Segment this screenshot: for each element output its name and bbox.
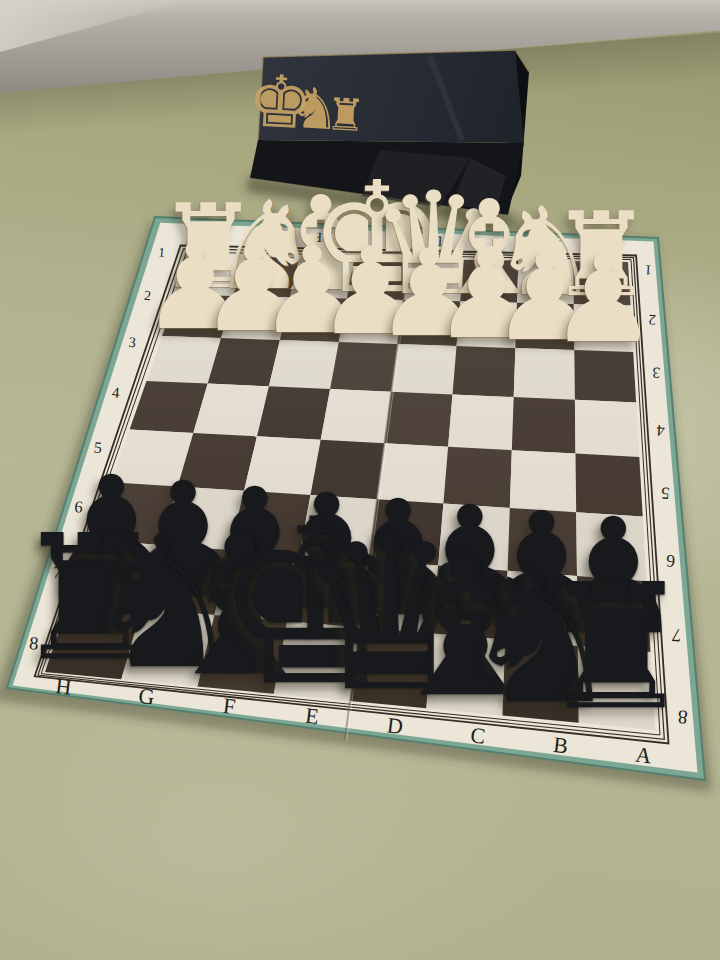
chess-board: ♚♞♜HHGGFFEEDDCCBBAA1122334455667788 [0,0,720,960]
file-label-top-g: G [253,228,264,243]
rank-label-left-2: 2 [143,288,151,304]
rank-label-right-1: 1 [644,262,652,278]
file-label-top-h: H [193,226,204,241]
rank-label-right-7: 7 [671,625,682,647]
file-label-top-b: B [552,237,562,252]
box-rook-icon: ♜ [325,88,367,141]
rank-label-right-8: 8 [677,706,688,728]
photo-scene: ♚♞♜HHGGFFEEDDCCBBAA1122334455667788 ♜♞♝♚… [0,0,720,960]
file-label-top-c: C [492,235,502,250]
file-label-top-e: E [373,231,382,246]
file-label-bottom-g: G [137,683,156,710]
file-label-top-f: F [314,230,323,245]
rank-label-left-1: 1 [158,245,166,261]
rank-label-right-5: 5 [661,483,671,503]
file-label-bottom-c: C [469,722,487,749]
rank-label-right-2: 2 [648,312,657,328]
file-label-bottom-a: A [634,742,653,769]
rank-label-left-6: 6 [74,497,84,517]
rank-label-left-3: 3 [128,334,137,351]
file-label-bottom-h: H [54,673,73,700]
rank-label-left-5: 5 [93,439,102,457]
rank-label-right-3: 3 [652,364,661,382]
file-label-bottom-d: D [386,712,405,739]
file-label-top-d: D [432,233,443,248]
rank-label-left-8: 8 [28,633,39,654]
file-label-bottom-b: B [552,732,570,759]
rank-label-right-6: 6 [665,551,675,572]
file-label-top-a: A [610,239,622,254]
rank-label-right-4: 4 [656,422,665,440]
